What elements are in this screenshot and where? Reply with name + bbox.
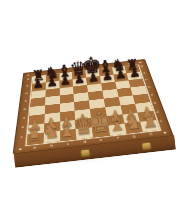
coordinate-label: 5 <box>22 100 29 107</box>
coordinate-label: h <box>143 132 157 136</box>
square-b2: ♟ <box>44 121 60 133</box>
square-d3 <box>75 109 91 120</box>
corner-inlay-dot <box>139 62 142 63</box>
square-c1: ♝ <box>60 129 77 141</box>
coordinate-label: 7 <box>141 71 148 77</box>
board-grid: ♜♞♝♛♚♝♞♜♟♟♟♟♟♟♟♟♟♟♟♟♟♟♟♟♜♞♝♛♚♝♞♜ <box>27 65 160 145</box>
board-tilt: abcdefgh abcdefgh 87654321 87654321 ♜♞♝♛… <box>13 59 174 154</box>
square-e4 <box>89 99 105 109</box>
square-f5 <box>102 89 118 99</box>
square-a6 <box>31 90 46 99</box>
product-photo: abcdefgh abcdefgh 87654321 87654321 ♜♞♝♛… <box>0 0 178 222</box>
coordinate-label: 8 <box>139 65 146 71</box>
coordinate-label: a <box>28 145 41 149</box>
square-b1: ♞ <box>43 131 60 143</box>
coordinate-label: 5 <box>146 86 154 93</box>
coordinate-label: b <box>45 143 58 147</box>
corner-inlay-dot <box>27 74 29 75</box>
corner-inlay-dot <box>163 132 166 134</box>
coordinate-label: f <box>111 135 125 139</box>
coordinate-label: 4 <box>21 108 28 116</box>
board-wrap: abcdefgh abcdefgh 87654321 87654321 ♜♞♝♛… <box>11 23 165 177</box>
coordinate-label: 8 <box>25 78 31 84</box>
coordinate-label: c <box>61 141 74 145</box>
coordinate-label: 7 <box>24 85 30 91</box>
square-g1: ♞ <box>124 122 143 134</box>
coordinate-label: 1 <box>18 135 26 144</box>
square-h6 <box>129 79 145 88</box>
chess-board: abcdefgh abcdefgh 87654321 87654321 ♜♞♝♛… <box>13 59 174 154</box>
square-h3 <box>135 102 153 113</box>
square-c6 <box>59 86 73 95</box>
brass-clasp-right <box>141 142 151 151</box>
square-a5 <box>30 97 45 107</box>
square-a1: ♜ <box>27 133 44 145</box>
square-e5 <box>88 91 104 101</box>
coordinate-label: 6 <box>23 92 29 99</box>
square-d5 <box>74 92 89 102</box>
coordinate-label: 2 <box>19 125 26 133</box>
square-h1: ♜ <box>140 120 159 132</box>
coordinate-label: d <box>78 139 91 143</box>
square-f6 <box>101 82 117 91</box>
square-g4 <box>118 95 135 105</box>
coordinate-label: 6 <box>143 78 151 84</box>
brass-clasp-left <box>80 149 90 158</box>
coordinate-label: 3 <box>20 116 27 124</box>
coordinate-label: g <box>127 134 141 138</box>
corner-inlay-dot <box>19 148 22 150</box>
square-d1: ♛ <box>76 127 93 139</box>
coordinate-label: e <box>94 137 108 141</box>
